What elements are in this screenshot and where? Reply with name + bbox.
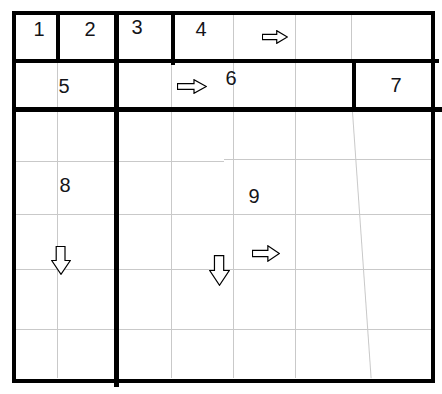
region-label-3: 3 bbox=[131, 17, 142, 37]
right-arrow-icon-region4 bbox=[262, 30, 288, 44]
border-region3-region4 bbox=[171, 11, 175, 65]
border-row2-bottom bbox=[12, 107, 442, 112]
region-label-4: 4 bbox=[195, 19, 206, 39]
down-arrow-icon-region9 bbox=[209, 255, 230, 286]
region-label-7: 7 bbox=[390, 75, 401, 95]
right-arrow-icon-region6 bbox=[177, 79, 207, 94]
region-label-9: 9 bbox=[248, 186, 259, 206]
region-label-6: 6 bbox=[225, 68, 236, 88]
region-label-1: 1 bbox=[33, 19, 44, 39]
outer-border bbox=[12, 11, 435, 383]
region-label-2: 2 bbox=[84, 19, 95, 39]
border-row1-bottom bbox=[12, 59, 439, 63]
border-region7-left bbox=[352, 59, 356, 111]
border-region1-region2 bbox=[56, 11, 60, 62]
right-arrow-icon-region9 bbox=[252, 245, 280, 262]
border-main-vertical bbox=[114, 11, 119, 387]
region-label-8: 8 bbox=[59, 175, 70, 195]
region-label-5: 5 bbox=[58, 76, 69, 96]
down-arrow-icon-region8 bbox=[51, 246, 71, 275]
diagram-canvas: 1 2 3 4 5 6 7 8 9 bbox=[0, 0, 442, 394]
